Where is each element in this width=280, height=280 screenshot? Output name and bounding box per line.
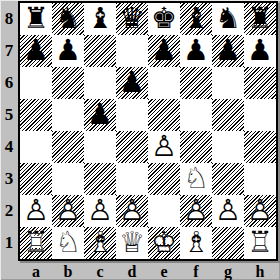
piece-black-knight-g8[interactable]: ♞ [212,3,244,35]
piece-black-pawn-e7[interactable]: ♟ [148,35,180,67]
square-h7[interactable]: ♟ [244,35,276,67]
piece-black-rook-h8[interactable]: ♜ [244,3,276,35]
square-b1[interactable]: ♞♘ [52,227,84,259]
square-f8[interactable]: ♝ [180,3,212,35]
white-rook-outline: ♖ [244,227,276,259]
square-h5[interactable] [244,99,276,131]
piece-white-queen-d1[interactable]: ♛♕ [116,227,148,259]
square-c1[interactable]: ♝♗ [84,227,116,259]
piece-black-pawn-g7[interactable]: ♟ [212,35,244,67]
piece-black-pawn-d6[interactable]: ♟ [116,67,148,99]
square-f3[interactable]: ♞♘ [180,163,212,195]
square-c3[interactable] [84,163,116,195]
white-knight-outline: ♘ [180,163,212,195]
rank-label-5: 5 [0,99,18,131]
square-b7[interactable]: ♟ [52,35,84,67]
white-bishop-outline: ♗ [84,227,116,259]
square-b6[interactable] [52,67,84,99]
square-c7[interactable] [84,35,116,67]
square-d3[interactable] [116,163,148,195]
piece-black-king-e8[interactable]: ♚ [148,3,180,35]
piece-white-pawn-d2[interactable]: ♟♙ [116,195,148,227]
square-h3[interactable] [244,163,276,195]
chess-board[interactable]: ♜♞♝♛♚♝♞♜♟♟♟♟♟♟♟♟♟♙♞♘♟♙♟♙♟♙♟♙♟♙♟♙♟♙♜♖♞♘♝♗… [18,1,278,261]
square-a7[interactable]: ♟ [20,35,52,67]
file-label-a: a [20,263,52,280]
square-d6[interactable]: ♟ [116,67,148,99]
square-g3[interactable] [212,163,244,195]
piece-black-pawn-b7[interactable]: ♟ [52,35,84,67]
square-e6[interactable] [148,67,180,99]
file-label-d: d [116,263,148,280]
file-label-g: g [212,263,244,280]
square-c6[interactable] [84,67,116,99]
square-f5[interactable] [180,99,212,131]
piece-black-pawn-h7[interactable]: ♟ [244,35,276,67]
square-a1[interactable]: ♜♖ [20,227,52,259]
square-a2[interactable]: ♟♙ [20,195,52,227]
white-pawn-outline: ♙ [116,195,148,227]
piece-white-pawn-g2[interactable]: ♟♙ [212,195,244,227]
square-g6[interactable] [212,67,244,99]
square-b8[interactable]: ♞ [52,3,84,35]
rank-labels: 87654321 [0,3,18,259]
square-d4[interactable] [116,131,148,163]
square-e2[interactable] [148,195,180,227]
white-pawn-outline: ♙ [244,195,276,227]
piece-white-pawn-f2[interactable]: ♟♙ [180,195,212,227]
piece-white-knight-b1[interactable]: ♞♘ [52,227,84,259]
square-a4[interactable] [20,131,52,163]
rank-label-3: 3 [0,163,18,195]
square-h4[interactable] [244,131,276,163]
rank-label-6: 6 [0,67,18,99]
rank-label-4: 4 [0,131,18,163]
square-c4[interactable] [84,131,116,163]
piece-white-pawn-a2[interactable]: ♟♙ [20,195,52,227]
file-label-e: e [148,263,180,280]
piece-black-knight-b8[interactable]: ♞ [52,3,84,35]
white-king-outline: ♔ [148,227,180,259]
piece-black-pawn-a7[interactable]: ♟ [20,35,52,67]
piece-white-knight-f3[interactable]: ♞♘ [180,163,212,195]
white-queen-outline: ♕ [116,227,148,259]
square-g1[interactable] [212,227,244,259]
piece-white-rook-h1[interactable]: ♜♖ [244,227,276,259]
piece-white-king-e1[interactable]: ♚♔ [148,227,180,259]
rank-label-8: 8 [0,3,18,35]
piece-white-bishop-f1[interactable]: ♝♗ [180,227,212,259]
square-d7[interactable] [116,35,148,67]
piece-white-pawn-e4[interactable]: ♟♙ [148,131,180,163]
piece-black-pawn-f7[interactable]: ♟ [180,35,212,67]
square-g5[interactable] [212,99,244,131]
square-h8[interactable]: ♜ [244,3,276,35]
square-f1[interactable]: ♝♗ [180,227,212,259]
square-e7[interactable]: ♟ [148,35,180,67]
rank-label-1: 1 [0,227,18,259]
square-e3[interactable] [148,163,180,195]
square-a5[interactable] [20,99,52,131]
white-pawn-outline: ♙ [52,195,84,227]
square-d1[interactable]: ♛♕ [116,227,148,259]
square-c2[interactable]: ♟♙ [84,195,116,227]
square-c5[interactable]: ♟ [84,99,116,131]
square-d2[interactable]: ♟♙ [116,195,148,227]
white-pawn-outline: ♙ [212,195,244,227]
white-bishop-outline: ♗ [180,227,212,259]
piece-white-pawn-c2[interactable]: ♟♙ [84,195,116,227]
square-f4[interactable] [180,131,212,163]
square-a8[interactable]: ♜ [20,3,52,35]
square-f2[interactable]: ♟♙ [180,195,212,227]
piece-black-queen-d8[interactable]: ♛ [116,3,148,35]
square-a6[interactable] [20,67,52,99]
white-rook-outline: ♖ [20,227,52,259]
square-g2[interactable]: ♟♙ [212,195,244,227]
file-label-f: f [180,263,212,280]
piece-white-bishop-c1[interactable]: ♝♗ [84,227,116,259]
file-label-c: c [84,263,116,280]
square-b4[interactable] [52,131,84,163]
square-f6[interactable] [180,67,212,99]
square-g7[interactable]: ♟ [212,35,244,67]
chess-diagram: 87654321 ♜♞♝♛♚♝♞♜♟♟♟♟♟♟♟♟♟♙♞♘♟♙♟♙♟♙♟♙♟♙♟… [0,0,280,280]
piece-black-rook-a8[interactable]: ♜ [20,3,52,35]
square-a3[interactable] [20,163,52,195]
square-e4[interactable]: ♟♙ [148,131,180,163]
square-e1[interactable]: ♚♔ [148,227,180,259]
square-h1[interactable]: ♜♖ [244,227,276,259]
white-knight-outline: ♘ [52,227,84,259]
piece-white-pawn-h2[interactable]: ♟♙ [244,195,276,227]
square-f7[interactable]: ♟ [180,35,212,67]
white-pawn-outline: ♙ [148,131,180,163]
rank-label-7: 7 [0,35,18,67]
square-h2[interactable]: ♟♙ [244,195,276,227]
square-b3[interactable] [52,163,84,195]
file-label-b: b [52,263,84,280]
white-pawn-outline: ♙ [20,195,52,227]
white-pawn-outline: ♙ [180,195,212,227]
square-e8[interactable]: ♚ [148,3,180,35]
square-d5[interactable] [116,99,148,131]
square-h6[interactable] [244,67,276,99]
square-d8[interactable]: ♛ [116,3,148,35]
square-c8[interactable]: ♝ [84,3,116,35]
piece-black-bishop-c8[interactable]: ♝ [84,3,116,35]
square-e5[interactable] [148,99,180,131]
piece-white-pawn-b2[interactable]: ♟♙ [52,195,84,227]
square-b2[interactable]: ♟♙ [52,195,84,227]
square-b5[interactable] [52,99,84,131]
piece-white-rook-a1[interactable]: ♜♖ [20,227,52,259]
rank-label-2: 2 [0,195,18,227]
piece-black-bishop-f8[interactable]: ♝ [180,3,212,35]
file-label-h: h [244,263,276,280]
square-g4[interactable] [212,131,244,163]
file-labels: abcdefgh [20,263,276,280]
square-g8[interactable]: ♞ [212,3,244,35]
piece-black-pawn-c5[interactable]: ♟ [84,99,116,131]
white-pawn-outline: ♙ [84,195,116,227]
